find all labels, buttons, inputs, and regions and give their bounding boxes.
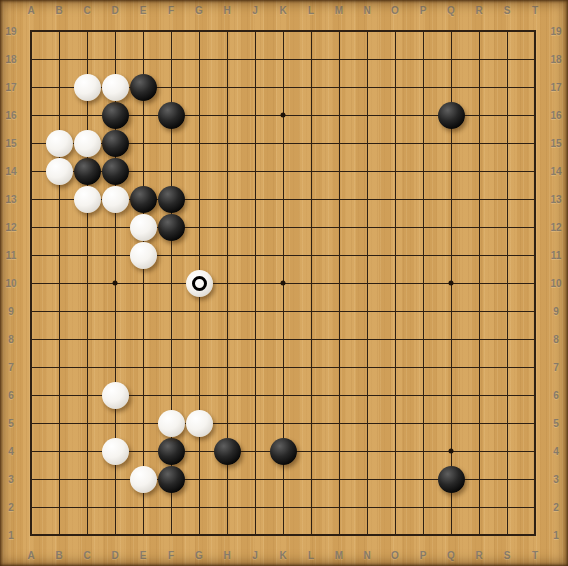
coord-label: 15 [546,129,566,157]
coord-label: 10 [2,269,20,297]
coord-label: 13 [546,185,566,213]
coord-label: F [157,0,185,20]
coord-label: 6 [2,381,20,409]
coord-label: K [269,0,297,20]
coord-label: 8 [2,325,20,353]
coord-label: A [17,544,45,566]
coord-label: M [325,0,353,20]
stone-black [102,102,129,129]
coord-label: G [185,544,213,566]
coord-label: P [409,544,437,566]
coord-label: C [73,0,101,20]
stone-black [214,438,241,465]
stone-white [102,74,129,101]
coord-label: 2 [2,493,20,521]
coord-label: B [45,544,73,566]
coord-label: 12 [2,213,20,241]
coord-label: S [493,544,521,566]
stones-grid[interactable] [17,17,549,549]
stone-white [46,158,73,185]
coordinates-left: 19181716151413121110987654321 [2,17,20,549]
coord-label: E [129,0,157,20]
coord-label: 8 [546,325,566,353]
coordinates-right: 19181716151413121110987654321 [546,17,566,549]
coord-label: 12 [546,213,566,241]
coord-label: 10 [546,269,566,297]
stone-black [74,158,101,185]
coord-label: 16 [2,101,20,129]
go-board[interactable]: ABCDEFGHJKLMNOPQRST ABCDEFGHJKLMNOPQRST … [0,0,568,566]
stone-white [74,74,101,101]
coord-label: P [409,0,437,20]
coord-label: 5 [546,409,566,437]
stone-black [158,466,185,493]
stone-black [102,130,129,157]
stone-white [186,270,213,297]
coord-label: C [73,544,101,566]
stone-white [74,186,101,213]
coord-label: 16 [546,101,566,129]
coord-label: N [353,544,381,566]
coord-label: 4 [2,437,20,465]
stone-white [102,186,129,213]
coord-label: 2 [546,493,566,521]
stone-black [130,74,157,101]
coord-label: T [521,544,549,566]
coord-label: 7 [2,353,20,381]
coord-label: 6 [546,381,566,409]
stone-black [102,158,129,185]
coord-label: 11 [546,241,566,269]
stone-black [158,102,185,129]
coord-label: 1 [546,521,566,549]
stone-white [74,130,101,157]
stone-white [102,382,129,409]
coord-label: 9 [546,297,566,325]
coord-label: 9 [2,297,20,325]
coord-label: F [157,544,185,566]
coord-label: R [465,544,493,566]
coord-label: 1 [2,521,20,549]
coord-label: B [45,0,73,20]
last-move-circle-marker [192,276,207,291]
coord-label: Q [437,544,465,566]
stone-black [130,186,157,213]
coord-label: N [353,0,381,20]
coord-label: 13 [2,185,20,213]
coord-label: 17 [2,73,20,101]
coord-label: S [493,0,521,20]
coord-label: G [185,0,213,20]
coord-label: H [213,544,241,566]
stone-black [270,438,297,465]
stone-black [158,186,185,213]
stone-white [130,466,157,493]
coord-label: 14 [2,157,20,185]
stone-black [438,102,465,129]
coord-label: L [297,0,325,20]
coord-label: 19 [546,17,566,45]
stone-black [158,214,185,241]
coord-label: D [101,544,129,566]
coord-label: J [241,544,269,566]
coord-label: D [101,0,129,20]
coord-label: J [241,0,269,20]
coord-label: A [17,0,45,20]
coord-label: 7 [546,353,566,381]
coord-label: 5 [2,409,20,437]
stone-white [186,410,213,437]
coord-label: R [465,0,493,20]
coord-label: H [213,0,241,20]
coord-label: 19 [2,17,20,45]
stone-black [158,438,185,465]
coord-label: 15 [2,129,20,157]
coord-label: T [521,0,549,20]
stone-black [438,466,465,493]
coord-label: 11 [2,241,20,269]
stone-white [46,130,73,157]
coord-label: K [269,544,297,566]
coordinates-bottom: ABCDEFGHJKLMNOPQRST [17,544,549,566]
coord-label: 18 [546,45,566,73]
coord-label: M [325,544,353,566]
coord-label: O [381,0,409,20]
stone-white [102,438,129,465]
coord-label: Q [437,0,465,20]
coord-label: 3 [546,465,566,493]
stone-white [158,410,185,437]
coord-label: 17 [546,73,566,101]
stone-white [130,242,157,269]
coord-label: O [381,544,409,566]
coord-label: 4 [546,437,566,465]
coord-label: 14 [546,157,566,185]
coord-label: 18 [2,45,20,73]
coord-label: L [297,544,325,566]
coord-label: E [129,544,157,566]
coordinates-top: ABCDEFGHJKLMNOPQRST [17,0,549,20]
stone-white [130,214,157,241]
coord-label: 3 [2,465,20,493]
